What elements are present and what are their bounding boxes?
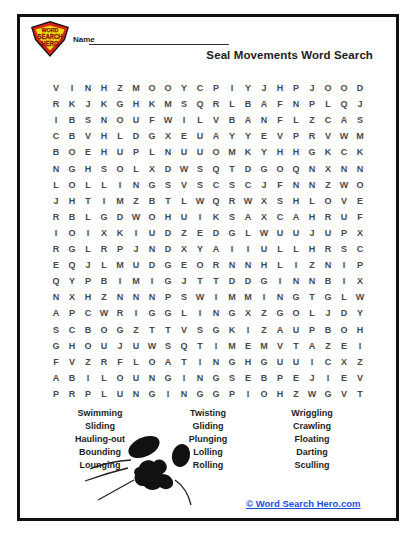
grid-cell: U (192, 144, 208, 160)
grid-cell: T (192, 273, 208, 289)
seal-whisker (90, 460, 131, 469)
grid-cell: K (320, 144, 336, 160)
grid-cell: Z (96, 289, 112, 305)
grid-cell: U (320, 225, 336, 241)
grid-cell: Z (352, 354, 368, 370)
grid-cell: I (240, 241, 256, 257)
grid-cell: W (176, 161, 192, 177)
grid-cell: I (64, 80, 80, 96)
grid-cell: W (192, 289, 208, 305)
grid-cell: S (96, 161, 112, 177)
grid-cell: N (288, 96, 304, 112)
grid-cell: G (224, 225, 240, 241)
grid-cell: O (112, 112, 128, 128)
grid-cell: P (160, 289, 176, 305)
grid-cell: D (240, 161, 256, 177)
grid-cell: R (304, 128, 320, 144)
grid-cell: X (160, 128, 176, 144)
grid-cell: L (96, 386, 112, 402)
grid-cell: Q (336, 96, 352, 112)
grid-cell: L (176, 305, 192, 321)
grid-cell: U (272, 354, 288, 370)
grid-cell: Q (48, 273, 64, 289)
grid-cell: T (160, 193, 176, 209)
grid-cell: J (176, 273, 192, 289)
grid-cell: H (288, 144, 304, 160)
grid-cell: O (160, 80, 176, 96)
grid-cell: Y (240, 128, 256, 144)
grid-cell: P (336, 225, 352, 241)
seal-whisker (85, 468, 128, 481)
grid-cell: M (112, 257, 128, 273)
grid-cell: T (192, 338, 208, 354)
grid-cell: L (336, 289, 352, 305)
grid-cell: W (160, 112, 176, 128)
grid-cell: P (208, 80, 224, 96)
grid-cell: T (288, 338, 304, 354)
grid-cell: R (112, 305, 128, 321)
grid-cell: I (176, 370, 192, 386)
grid-cell: H (160, 209, 176, 225)
grid-cell: P (224, 386, 240, 402)
grid-cell: B (48, 144, 64, 160)
grid-cell: I (352, 338, 368, 354)
grid-cell: M (128, 80, 144, 96)
grid-cell: G (224, 305, 240, 321)
grid-cell: T (208, 273, 224, 289)
grid-cell: O (192, 257, 208, 273)
grid-cell: V (336, 193, 352, 209)
grid-cell: O (80, 338, 96, 354)
grid-cell: I (192, 354, 208, 370)
grid-cell: B (320, 273, 336, 289)
grid-cell: P (304, 96, 320, 112)
word-list-item: Darting (264, 446, 360, 459)
grid-cell: Q (64, 257, 80, 273)
grid-cell: O (336, 322, 352, 338)
grid-cell: Q (176, 338, 192, 354)
grid-cell: M (224, 338, 240, 354)
seal-nose (134, 460, 173, 490)
seal-right-eye (169, 442, 192, 469)
grid-cell: S (48, 322, 64, 338)
grid-cell: T (160, 322, 176, 338)
grid-cell: I (336, 273, 352, 289)
grid-cell: L (80, 209, 96, 225)
grid-cell: G (144, 305, 160, 321)
grid-cell: L (272, 241, 288, 257)
grid-cell: R (224, 193, 240, 209)
grid-cell: N (48, 161, 64, 177)
seal-left-eye (125, 432, 163, 463)
grid-cell: L (320, 96, 336, 112)
grid-cell: G (288, 289, 304, 305)
grid-cell: C (336, 144, 352, 160)
grid-cell: H (240, 354, 256, 370)
grid-cell: K (96, 96, 112, 112)
seal-whisker (98, 480, 134, 500)
grid-cell: W (256, 225, 272, 241)
word-list-item: Floating (264, 433, 360, 446)
grid-cell: V (48, 80, 64, 96)
grid-cell: O (144, 209, 160, 225)
grid-cell: H (352, 322, 368, 338)
grid-cell: C (352, 241, 368, 257)
grid-cell: U (128, 112, 144, 128)
grid-cell: G (320, 289, 336, 305)
grid-cell: G (64, 241, 80, 257)
grid-cell: I (128, 225, 144, 241)
grid-cell: M (224, 289, 240, 305)
grid-cell: S (192, 322, 208, 338)
grid-cell: G (192, 386, 208, 402)
word-search-hero-logo: WORD SEARCH HERO (29, 20, 71, 58)
grid-cell: V (352, 370, 368, 386)
grid-cell: G (64, 161, 80, 177)
grid-cell: N (80, 80, 96, 96)
grid-cell: A (336, 112, 352, 128)
grid-cell: W (336, 128, 352, 144)
grid-cell: J (352, 96, 368, 112)
grid-cell: C (48, 128, 64, 144)
grid-cell: O (64, 177, 80, 193)
grid-cell: M (256, 338, 272, 354)
grid-cell: V (320, 128, 336, 144)
grid-cell: N (128, 289, 144, 305)
grid-cell: K (224, 322, 240, 338)
grid-cell: H (80, 289, 96, 305)
grid-cell: F (352, 209, 368, 225)
grid-cell: J (256, 177, 272, 193)
grid-cell: U (288, 225, 304, 241)
grid-cell: N (336, 161, 352, 177)
grid-cell: S (160, 338, 176, 354)
grid-cell: L (304, 305, 320, 321)
grid-cell: P (112, 241, 128, 257)
grid-cell: S (80, 112, 96, 128)
grid-cell: Y (352, 305, 368, 321)
grid-cell: H (272, 386, 288, 402)
grid-cell: G (272, 305, 288, 321)
grid-cell: E (352, 193, 368, 209)
grid-cell: C (240, 177, 256, 193)
grid-cell: H (304, 241, 320, 257)
grid-cell: N (144, 289, 160, 305)
grid-cell: J (128, 241, 144, 257)
grid-cell: H (128, 96, 144, 112)
grid-cell: N (144, 370, 160, 386)
grid-cell: E (240, 338, 256, 354)
grid-cell: G (144, 386, 160, 402)
grid-cell: W (240, 193, 256, 209)
grid-cell: L (192, 112, 208, 128)
grid-cell: G (160, 305, 176, 321)
grid-cell: I (112, 177, 128, 193)
grid-cell: N (304, 161, 320, 177)
grid-cell: V (64, 354, 80, 370)
grid-cell: U (128, 257, 144, 273)
grid-cell: I (112, 273, 128, 289)
grid-cell: G (112, 322, 128, 338)
grid-cell: N (304, 273, 320, 289)
grid-cell: V (176, 322, 192, 338)
grid-cell: W (304, 386, 320, 402)
word-list-item: Sculling (264, 459, 360, 472)
grid-cell: A (48, 370, 64, 386)
grid-cell: O (96, 322, 112, 338)
grid-cell: E (80, 144, 96, 160)
grid-cell: O (144, 354, 160, 370)
grid-cell: L (112, 128, 128, 144)
grid-cell: P (80, 386, 96, 402)
grid-cell: Y (176, 80, 192, 96)
grid-cell: R (64, 386, 80, 402)
grid-cell: N (144, 241, 160, 257)
grid-cell: Y (64, 273, 80, 289)
grid-cell: L (288, 241, 304, 257)
grid-cell: Z (304, 112, 320, 128)
grid-cell: H (80, 161, 96, 177)
grid-cell: U (336, 209, 352, 225)
grid-cell: R (48, 96, 64, 112)
grid-cell: U (128, 338, 144, 354)
grid-cell: G (144, 177, 160, 193)
grid-cell: L (80, 241, 96, 257)
logo-text-hero: HERO (42, 40, 59, 47)
grid-cell: G (224, 354, 240, 370)
grid-cell: W (144, 338, 160, 354)
grid-cell: E (176, 128, 192, 144)
grid-cell: I (128, 305, 144, 321)
grid-cell: S (176, 96, 192, 112)
grid-cell: O (320, 193, 336, 209)
grid-cell: R (320, 241, 336, 257)
grid-cell: E (256, 128, 272, 144)
grid-cell: J (304, 80, 320, 96)
grid-cell: O (112, 370, 128, 386)
grid-cell: T (80, 193, 96, 209)
grid-cell: P (352, 257, 368, 273)
grid-cell: D (160, 161, 176, 177)
grid-cell: A (256, 96, 272, 112)
grid-cell: H (256, 257, 272, 273)
grid-cell: Z (80, 354, 96, 370)
grid-cell: Z (176, 225, 192, 241)
grid-cell: B (64, 128, 80, 144)
grid-cell: X (96, 225, 112, 241)
word-list-item: Wriggling (264, 407, 360, 420)
grid-cell: U (176, 209, 192, 225)
grid-cell: N (192, 370, 208, 386)
grid-cell: X (352, 273, 368, 289)
grid-cell: N (256, 112, 272, 128)
grid-cell: V (208, 112, 224, 128)
grid-cell: E (336, 370, 352, 386)
grid-cell: F (272, 177, 288, 193)
grid-cell: G (160, 273, 176, 289)
grid-cell: Y (224, 128, 240, 144)
grid-cell: C (320, 112, 336, 128)
grid-cell: G (256, 273, 272, 289)
grid-cell: N (176, 386, 192, 402)
grid-cell: N (208, 354, 224, 370)
grid-cell: Y (192, 241, 208, 257)
grid-cell: F (144, 112, 160, 128)
grid-cell: Z (128, 193, 144, 209)
grid-cell: H (96, 128, 112, 144)
grid-cell: K (112, 225, 128, 241)
grid-cell: I (240, 386, 256, 402)
grid-cell: L (128, 161, 144, 177)
grid-cell: N (288, 177, 304, 193)
grid-cell: C (80, 305, 96, 321)
grid-cell: N (224, 257, 240, 273)
grid-cell: N (96, 112, 112, 128)
grid-cell: V (336, 386, 352, 402)
seal-whisker (175, 480, 191, 505)
grid-cell: O (288, 305, 304, 321)
grid-cell: I (144, 273, 160, 289)
grid-cell: J (48, 193, 64, 209)
grid-cell: J (320, 305, 336, 321)
grid-cell: C (272, 209, 288, 225)
grid-cell: M (160, 96, 176, 112)
grid-cell: O (272, 161, 288, 177)
copyright-link[interactable]: © Word Search Hero.com (246, 498, 361, 509)
grid-cell: B (64, 209, 80, 225)
grid-cell: L (96, 177, 112, 193)
logo-text-search: SEARCH (38, 33, 63, 40)
grid-cell: D (160, 225, 176, 241)
grid-cell: U (192, 128, 208, 144)
grid-cell: D (352, 80, 368, 96)
grid-cell: X (320, 161, 336, 177)
grid-cell: U (128, 370, 144, 386)
grid-cell: I (272, 273, 288, 289)
grid-cell: P (80, 273, 96, 289)
grid-cell: U (256, 241, 272, 257)
grid-cell: T (224, 161, 240, 177)
grid-cell: I (336, 257, 352, 273)
grid-cell: I (96, 193, 112, 209)
grid-cell: F (48, 354, 64, 370)
grid-cell: E (176, 257, 192, 273)
grid-cell: P (128, 144, 144, 160)
grid-cell: Q (192, 96, 208, 112)
grid-cell: E (240, 370, 256, 386)
grid-cell: I (192, 209, 208, 225)
grid-cell: I (80, 370, 96, 386)
grid-cell: R (48, 241, 64, 257)
grid-cell: H (272, 80, 288, 96)
grid-cell: M (352, 128, 368, 144)
grid-cell: B (64, 370, 80, 386)
grid-cell: H (288, 193, 304, 209)
grid-cell: L (272, 257, 288, 273)
grid-cell: I (160, 386, 176, 402)
grid-cell: F (272, 96, 288, 112)
grid-cell: J (80, 96, 96, 112)
grid-cell: Z (256, 305, 272, 321)
grid-cell: K (352, 144, 368, 160)
grid-cell: R (96, 354, 112, 370)
grid-cell: X (336, 354, 352, 370)
grid-cell: S (176, 289, 192, 305)
grid-cell: K (208, 209, 224, 225)
grid-cell: E (288, 370, 304, 386)
grid-cell: N (48, 289, 64, 305)
grid-cell: K (144, 96, 160, 112)
grid-cell: B (64, 112, 80, 128)
letter-grid: VINHZMOOYCPIYJHPJOODRKJKGHKMSQRLBAFNPLQJ… (48, 80, 368, 402)
grid-cell: G (96, 209, 112, 225)
grid-cell: I (176, 112, 192, 128)
grid-cell: N (240, 257, 256, 273)
grid-cell: X (176, 241, 192, 257)
grid-cell: L (240, 225, 256, 241)
grid-cell: D (336, 305, 352, 321)
grid-cell: X (144, 161, 160, 177)
word-list-item: Swimming (52, 407, 148, 420)
grid-cell: Z (288, 386, 304, 402)
grid-cell: L (224, 96, 240, 112)
grid-cell: H (64, 338, 80, 354)
grid-cell: B (320, 322, 336, 338)
grid-cell: H (272, 144, 288, 160)
grid-cell: L (176, 193, 192, 209)
grid-cell: C (208, 177, 224, 193)
grid-cell: C (320, 354, 336, 370)
grid-cell: L (48, 177, 64, 193)
grid-cell: P (48, 386, 64, 402)
grid-cell: O (256, 386, 272, 402)
grid-cell: B (144, 193, 160, 209)
grid-cell: D (240, 273, 256, 289)
grid-cell: O (112, 161, 128, 177)
grid-cell: N (288, 273, 304, 289)
grid-cell: P (288, 80, 304, 96)
grid-cell: Z (128, 322, 144, 338)
grid-cell: B (256, 370, 272, 386)
grid-cell: B (80, 322, 96, 338)
grid-cell: I (224, 241, 240, 257)
grid-cell: L (304, 193, 320, 209)
grid-cell: W (128, 209, 144, 225)
grid-cell: S (192, 177, 208, 193)
grid-cell: G (304, 144, 320, 160)
grid-cell: M (128, 273, 144, 289)
grid-cell: J (304, 225, 320, 241)
grid-cell: A (272, 322, 288, 338)
grid-cell: T (352, 386, 368, 402)
grid-cell: D (144, 257, 160, 273)
grid-cell: I (256, 289, 272, 305)
grid-cell: R (48, 209, 64, 225)
grid-cell: Y (256, 144, 272, 160)
grid-cell: G (144, 128, 160, 144)
grid-cell: G (208, 386, 224, 402)
grid-cell: S (224, 209, 240, 225)
grid-cell: Z (320, 177, 336, 193)
grid-cell: Q (208, 161, 224, 177)
grid-cell: Z (112, 80, 128, 96)
grid-cell: V (272, 338, 288, 354)
grid-cell: H (64, 193, 80, 209)
grid-cell: O (64, 144, 80, 160)
grid-cell: O (320, 80, 336, 96)
grid-cell: U (96, 338, 112, 354)
grid-cell: U (112, 144, 128, 160)
